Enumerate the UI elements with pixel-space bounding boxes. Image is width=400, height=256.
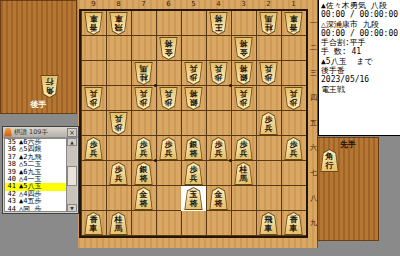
piece-3二-金将: 金将 [234,37,253,60]
scrollbar-thumb[interactable] [67,166,77,186]
piece-1一-香車: 香車 [284,12,303,35]
piece-3六-歩兵: 歩兵 [234,137,253,160]
scroll-up-icon[interactable]: ▲ [67,138,77,146]
info-line-2: 00:00 / 00:00:00 [321,10,400,19]
piece-3三-銀将: 銀将 [234,62,253,85]
file-label-5: 5 [181,0,206,9]
piece-9一-香車: 香車 [84,12,103,35]
piece-5七-歩兵: 歩兵 [184,162,203,185]
kifu-row-44[interactable]: 44△同 歩 [5,206,66,212]
kifu-titlebar[interactable]: 棋譜 109手 × [3,127,78,138]
info-line-7: ▲5八玉 まで [321,57,400,66]
piece-8五-歩兵: 歩兵 [109,112,128,135]
piece-5三-歩兵: 歩兵 [184,62,203,85]
game-info-panel: ▲佐々木勇気 八段00:00 / 00:00:00△深浦康市 九段00:00 /… [318,0,400,136]
piece-5六-銀将: 銀将 [184,137,203,160]
scroll-down-icon[interactable]: ▼ [67,204,77,212]
piece-3七-桂馬: 桂馬 [234,162,253,185]
piece-7七-銀将: 銀将 [134,162,153,185]
hoshi-dot [229,159,232,162]
piece-7六-歩兵: 歩兵 [134,137,153,160]
piece-6六-歩兵: 歩兵 [159,137,178,160]
piece-5四-銀将: 銀将 [184,87,203,110]
piece-1四-歩兵: 歩兵 [284,87,303,110]
info-line-5: 手合割:平手 [321,38,400,47]
gote-hand-pieces: 角行 [40,75,59,98]
info-line-9: 2023/05/16 [321,75,400,84]
info-line-8: 後手番 [321,66,400,75]
info-line-10: 電王戦 [321,85,400,94]
shogi-app-root: 角行 後手 987654321 一二三四五六七八九 香車飛車王将桂馬香車金将金将… [0,0,400,256]
piece-8七-歩兵: 歩兵 [109,162,128,185]
piece-5八-玉将: 玉将 [184,187,203,210]
kifu-scrollbar[interactable]: ▲ ▼ [67,138,77,212]
info-line-1: ▲佐々木勇気 八段 [321,1,400,10]
piece-7八-金将: 金将 [134,187,153,210]
piece-2三-歩兵: 歩兵 [259,62,278,85]
piece-8九-桂馬: 桂馬 [109,212,128,235]
sente-hand-stand: 先手 角行 [317,137,379,241]
file-label-2: 2 [256,0,281,9]
piece-9九-香車: 香車 [84,212,103,235]
kifu-move-list: 35▲6六歩36△5四銀37▲2九飛38△5二玉39▲6九玉40△4一玉41▲5… [4,138,67,212]
hoshi-dot [154,159,157,162]
piece-9四-歩兵: 歩兵 [84,87,103,110]
kifu-window: 棋譜 109手 × 35▲6六歩36△5四銀37▲2九飛38△5二玉39▲6九玉… [2,126,79,214]
info-line-4: 00:00 / 00:00:00 [321,29,400,38]
info-line-6: 手 数: 41 [321,47,400,56]
piece-9六-歩兵: 歩兵 [84,137,103,160]
piece-8一-飛車: 飛車 [109,12,128,35]
piece-2九-飛車: 飛車 [259,212,278,235]
file-label-1: 1 [281,0,306,9]
piece-2一-桂馬: 桂馬 [259,12,278,35]
sente-hand-pieces: 角行 [320,149,339,172]
piece-6二-金将: 金将 [159,37,178,60]
gote-hand-stand: 角行 後手 [0,0,77,114]
piece-4八-金将: 金将 [209,187,228,210]
kifu-window-title: 棋譜 109手 [14,128,67,137]
piece-4六-歩兵: 歩兵 [209,137,228,160]
gote-label: 後手 [1,99,76,110]
hoshi-dot [229,84,232,87]
piece-3四-歩兵: 歩兵 [234,87,253,110]
piece-4三-歩兵: 歩兵 [209,62,228,85]
piece-6四-歩兵: 歩兵 [159,87,178,110]
file-label-6: 6 [156,0,181,9]
piece-7四-歩兵: 歩兵 [134,87,153,110]
piece-hand-角行: 角行 [320,149,339,172]
file-label-3: 3 [231,0,256,9]
piece-2五-歩兵: 歩兵 [259,112,278,135]
piece-hand-角行: 角行 [40,75,59,98]
board-grid: 香車飛車王将桂馬香車金将金将桂馬歩兵歩兵銀将歩兵歩兵歩兵歩兵銀将歩兵歩兵歩兵歩兵… [79,9,308,238]
piece-7三-桂馬: 桂馬 [134,62,153,85]
hoshi-dot [154,84,157,87]
shogi-board: 987654321 一二三四五六七八九 香車飛車王将桂馬香車金将金将桂馬歩兵歩兵… [78,0,318,248]
file-label-9: 9 [81,0,106,9]
file-label-7: 7 [131,0,156,9]
piece-4一-王将: 王将 [209,12,228,35]
piece-1六-歩兵: 歩兵 [284,137,303,160]
info-line-3: △深浦康市 九段 [321,20,400,29]
shogi-piece-icon [4,128,12,137]
file-label-8: 8 [106,0,131,9]
close-icon[interactable]: × [67,128,77,137]
piece-1九-香車: 香車 [284,212,303,235]
file-label-4: 4 [206,0,231,9]
